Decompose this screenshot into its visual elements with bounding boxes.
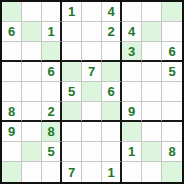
cell-r2c1[interactable]: 6 [2, 22, 22, 42]
cell-r6c4[interactable] [62, 102, 82, 122]
cell-r2c9[interactable] [162, 22, 182, 42]
cell-r4c8[interactable] [142, 62, 162, 82]
cell-r6c8[interactable] [142, 102, 162, 122]
cell-r7c5[interactable] [82, 122, 102, 142]
given-digit: 7 [88, 65, 95, 78]
cell-r6c5[interactable] [82, 102, 102, 122]
cell-r1c6[interactable]: 4 [102, 2, 122, 22]
cell-r8c4[interactable] [62, 142, 82, 162]
cell-r5c6[interactable]: 6 [102, 82, 122, 102]
cell-r2c5[interactable] [82, 22, 102, 42]
cell-r8c5[interactable] [82, 142, 102, 162]
cell-r6c1[interactable]: 8 [2, 102, 22, 122]
cell-r6c3[interactable]: 2 [42, 102, 62, 122]
given-digit: 8 [168, 145, 175, 158]
cell-r3c8[interactable] [142, 42, 162, 62]
sudoku-board: 14612436675568299851871 [0, 0, 184, 184]
cell-r1c4[interactable]: 1 [62, 2, 82, 22]
cell-r1c8[interactable] [142, 2, 162, 22]
cell-r4c3[interactable]: 6 [42, 62, 62, 82]
cell-r7c7[interactable] [122, 122, 142, 142]
given-digit: 9 [128, 105, 135, 118]
cell-r3c9[interactable]: 6 [162, 42, 182, 62]
cell-r5c5[interactable] [82, 82, 102, 102]
cell-r9c3[interactable] [42, 162, 62, 182]
cell-r5c2[interactable] [22, 82, 42, 102]
cell-r1c3[interactable] [42, 2, 62, 22]
cell-r7c4[interactable] [62, 122, 82, 142]
given-digit: 1 [68, 5, 75, 18]
cell-r4c7[interactable] [122, 62, 142, 82]
cell-r5c3[interactable] [42, 82, 62, 102]
cell-r4c4[interactable] [62, 62, 82, 82]
given-digit: 4 [128, 25, 135, 38]
cell-r9c9[interactable] [162, 162, 182, 182]
given-digit: 2 [107, 25, 114, 38]
given-digit: 7 [68, 166, 75, 179]
cell-r4c1[interactable] [2, 62, 22, 82]
cell-r1c5[interactable] [82, 2, 102, 22]
cell-r3c3[interactable] [42, 42, 62, 62]
cell-r9c5[interactable] [82, 162, 102, 182]
cell-r8c8[interactable] [142, 142, 162, 162]
given-digit: 6 [107, 85, 114, 98]
given-digit: 8 [8, 105, 15, 118]
cell-r2c7[interactable]: 4 [122, 22, 142, 42]
cell-r8c3[interactable]: 5 [42, 142, 62, 162]
cell-r9c1[interactable] [2, 162, 22, 182]
cell-r2c4[interactable] [62, 22, 82, 42]
cell-r1c9[interactable] [162, 2, 182, 22]
cell-r9c7[interactable] [122, 162, 142, 182]
given-digit: 1 [47, 25, 54, 38]
cell-r3c7[interactable]: 3 [122, 42, 142, 62]
cell-r7c3[interactable]: 8 [42, 122, 62, 142]
cell-r5c1[interactable] [2, 82, 22, 102]
given-digit: 5 [168, 65, 175, 78]
cell-r4c9[interactable]: 5 [162, 62, 182, 82]
cell-r8c1[interactable] [2, 142, 22, 162]
cell-r9c4[interactable]: 7 [62, 162, 82, 182]
cell-r5c8[interactable] [142, 82, 162, 102]
given-digit: 5 [47, 145, 54, 158]
cell-r6c7[interactable]: 9 [122, 102, 142, 122]
cell-r3c1[interactable] [2, 42, 22, 62]
given-digit: 6 [8, 25, 15, 38]
cell-r2c6[interactable]: 2 [102, 22, 122, 42]
cell-r3c2[interactable] [22, 42, 42, 62]
cell-r9c2[interactable] [22, 162, 42, 182]
cell-r3c4[interactable] [62, 42, 82, 62]
cell-r4c6[interactable] [102, 62, 122, 82]
cell-r7c9[interactable] [162, 122, 182, 142]
cell-r3c5[interactable] [82, 42, 102, 62]
given-digit: 1 [107, 166, 114, 179]
cell-r9c8[interactable] [142, 162, 162, 182]
cell-r8c9[interactable]: 8 [162, 142, 182, 162]
cell-r2c3[interactable]: 1 [42, 22, 62, 42]
cell-r4c5[interactable]: 7 [82, 62, 102, 82]
cell-r7c8[interactable] [142, 122, 162, 142]
given-digit: 6 [168, 45, 175, 58]
cell-r6c6[interactable] [102, 102, 122, 122]
cell-r5c9[interactable] [162, 82, 182, 102]
given-digit: 2 [47, 105, 54, 118]
cell-r5c4[interactable]: 5 [62, 82, 82, 102]
cell-r7c6[interactable] [102, 122, 122, 142]
cell-r6c2[interactable] [22, 102, 42, 122]
cell-r8c7[interactable]: 1 [122, 142, 142, 162]
cell-r7c2[interactable] [22, 122, 42, 142]
cell-r1c2[interactable] [22, 2, 42, 22]
cell-r9c6[interactable]: 1 [102, 162, 122, 182]
cell-r3c6[interactable] [102, 42, 122, 62]
given-digit: 6 [47, 65, 54, 78]
given-digit: 9 [8, 125, 15, 138]
cell-r6c9[interactable] [162, 102, 182, 122]
cell-r4c2[interactable] [22, 62, 42, 82]
cell-r1c1[interactable] [2, 2, 22, 22]
given-digit: 4 [107, 5, 114, 18]
cell-r2c8[interactable] [142, 22, 162, 42]
given-digit: 3 [128, 45, 135, 58]
cell-r2c2[interactable] [22, 22, 42, 42]
given-digit: 8 [47, 125, 54, 138]
given-digit: 1 [128, 145, 135, 158]
given-digit: 5 [68, 85, 75, 98]
cell-r8c2[interactable] [22, 142, 42, 162]
cell-r5c7[interactable] [122, 82, 142, 102]
cell-r8c6[interactable] [102, 142, 122, 162]
cell-r1c7[interactable] [122, 2, 142, 22]
cell-r7c1[interactable]: 9 [2, 122, 22, 142]
